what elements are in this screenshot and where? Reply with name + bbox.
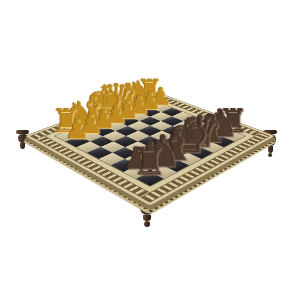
scene: ♜♟♟♜♞♟♟♞♝♟♟♝♛♟♟♛♚♟♟♚♝♟♟♝♞♟♟♞♜♟♟♜ (0, 0, 300, 300)
board-frame: ♜♟♟♜♞♟♟♞♝♟♟♝♛♟♟♛♚♟♟♚♝♟♟♝♞♟♟♞♜♟♟♜ (24, 89, 276, 206)
chess-set-photo: ♜♟♟♜♞♟♟♞♝♟♟♝♛♟♟♛♚♟♟♚♝♟♟♝♞♟♟♞♜♟♟♜ (0, 0, 300, 300)
white-pawn-glyph: ♟ (65, 115, 90, 143)
square-h8[interactable]: ♜ (136, 172, 163, 186)
black-rook-glyph: ♜ (133, 142, 167, 180)
chess-board: ♜♟♟♜♞♟♟♞♝♟♟♝♛♟♟♛♚♟♟♚♝♟♟♝♞♟♟♞♜♟♟♜ (24, 89, 276, 206)
